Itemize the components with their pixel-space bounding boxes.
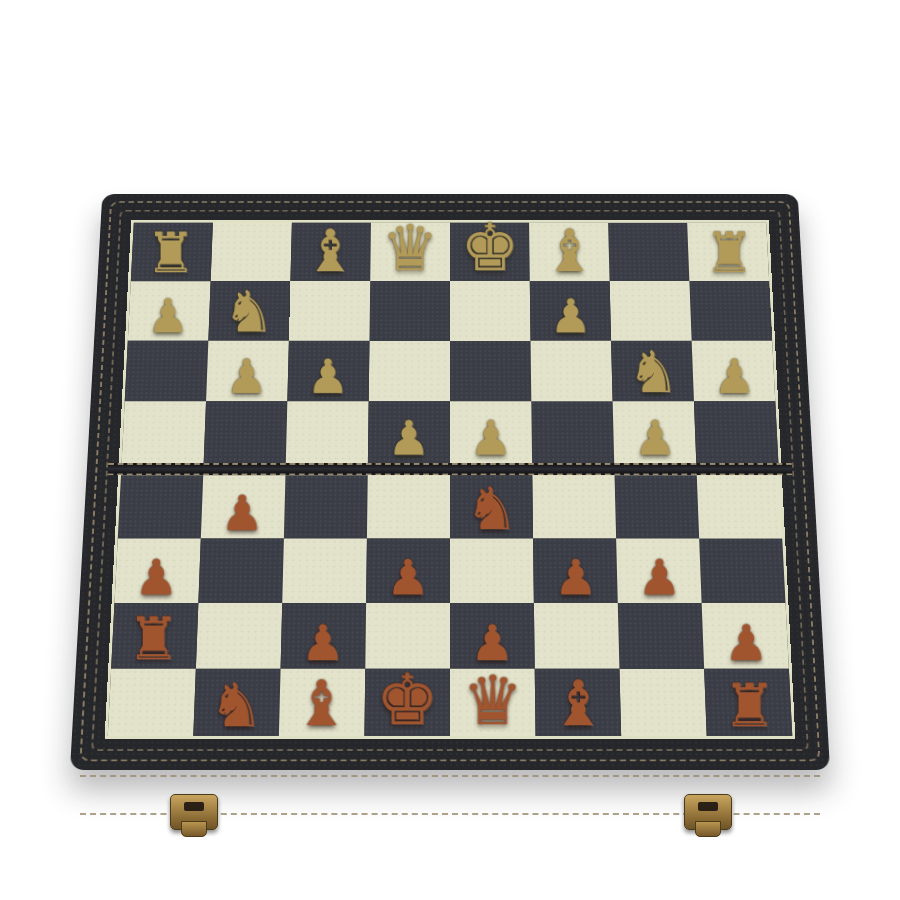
piece-brass-pawn-a7[interactable]: ♟ — [147, 293, 189, 340]
piece-copper-queen-e1[interactable]: ♛ — [462, 667, 523, 735]
square-c3[interactable] — [282, 539, 367, 604]
piece-brass-pawn-c6[interactable]: ♟ — [307, 353, 349, 400]
board: ♜♝♛♚♝♜♟♞♟♟♟♞♟♟♟♟ ♟♞♟♟♟♟♜♟♟♟♞♝♚♛♝♜ — [108, 223, 793, 736]
square-c5[interactable] — [286, 401, 369, 463]
square-b1[interactable]: ♞ — [193, 669, 280, 736]
front-stitch-top — [80, 775, 820, 777]
piece-brass-pawn-e5[interactable]: ♟ — [470, 415, 513, 463]
piece-copper-pawn-d3[interactable]: ♟ — [386, 553, 430, 602]
square-b8[interactable] — [211, 223, 292, 281]
piece-brass-bishop-f8[interactable]: ♝ — [543, 222, 595, 280]
square-g5[interactable]: ♟ — [613, 401, 697, 463]
piece-brass-pawn-f7[interactable]: ♟ — [550, 293, 592, 340]
piece-brass-bishop-c8[interactable]: ♝ — [304, 222, 356, 280]
square-b2[interactable] — [196, 603, 282, 669]
board-tilt-wrapper: ♜♝♛♚♝♜♟♞♟♟♟♞♟♟♟♟ ♟♞♟♟♟♟♜♟♟♟♞♝♚♛♝♜ — [70, 194, 830, 770]
piece-copper-pawn-g3[interactable]: ♟ — [638, 553, 682, 602]
right-clasp-tongue — [695, 821, 721, 837]
square-e7[interactable] — [450, 281, 531, 341]
square-e1[interactable]: ♛ — [450, 669, 536, 736]
square-e2[interactable]: ♟ — [450, 603, 535, 669]
square-e4[interactable]: ♞ — [450, 475, 533, 538]
square-f2[interactable] — [534, 603, 620, 669]
piece-copper-pawn-f3[interactable]: ♟ — [554, 553, 598, 602]
square-d6[interactable] — [369, 341, 450, 402]
square-b4[interactable]: ♟ — [201, 475, 286, 538]
piece-brass-knight-g6[interactable]: ♞ — [627, 343, 679, 401]
square-h1[interactable]: ♜ — [704, 669, 792, 736]
square-f1[interactable]: ♝ — [535, 669, 621, 736]
piece-copper-bishop-c1[interactable]: ♝ — [294, 672, 350, 735]
piece-brass-pawn-h6[interactable]: ♟ — [713, 353, 755, 400]
left-clasp — [170, 794, 218, 830]
square-h4[interactable] — [697, 475, 782, 538]
square-b6[interactable]: ♟ — [206, 341, 289, 402]
piece-copper-pawn-c2[interactable]: ♟ — [301, 619, 345, 668]
square-c6[interactable]: ♟ — [287, 341, 369, 402]
square-e8[interactable]: ♚ — [450, 223, 530, 281]
square-d8[interactable]: ♛ — [370, 223, 450, 281]
square-b5[interactable] — [204, 401, 288, 463]
square-g7[interactable] — [610, 281, 692, 341]
piece-brass-pawn-d5[interactable]: ♟ — [388, 415, 431, 463]
piece-brass-knight-b7[interactable]: ♞ — [223, 283, 274, 340]
square-f5[interactable] — [531, 401, 614, 463]
piece-brass-queen-d8[interactable]: ♛ — [382, 217, 439, 280]
square-c2[interactable]: ♟ — [281, 603, 367, 669]
piece-copper-knight-e4[interactable]: ♞ — [465, 479, 518, 538]
square-c4[interactable] — [284, 475, 368, 538]
piece-brass-king-e8[interactable]: ♚ — [460, 214, 519, 280]
square-g8[interactable] — [608, 223, 689, 281]
square-h5[interactable] — [694, 401, 778, 463]
piece-brass-rook-h8[interactable]: ♜ — [704, 225, 754, 281]
piece-copper-pawn-h2[interactable]: ♟ — [724, 619, 768, 668]
square-e5[interactable]: ♟ — [450, 401, 532, 463]
square-g2[interactable] — [618, 603, 704, 669]
piece-copper-rook-h1[interactable]: ♜ — [723, 675, 777, 735]
square-a1[interactable] — [108, 669, 196, 736]
piece-copper-pawn-a3[interactable]: ♟ — [135, 553, 179, 602]
square-h7[interactable] — [689, 281, 772, 341]
left-clasp-tongue — [181, 821, 207, 837]
square-d4[interactable] — [367, 475, 450, 538]
case-front-edge — [70, 768, 830, 824]
piece-copper-rook-a2[interactable]: ♜ — [127, 609, 180, 668]
hinge-fold-line — [108, 463, 793, 475]
square-f6[interactable] — [531, 341, 613, 402]
board-top-half: ♜♝♛♚♝♜♟♞♟♟♟♞♟♟♟♟ — [122, 223, 779, 463]
square-a7[interactable]: ♟ — [128, 281, 211, 341]
square-h3[interactable] — [699, 539, 785, 604]
board-bottom-half: ♟♞♟♟♟♟♜♟♟♟♞♝♚♛♝♜ — [108, 475, 793, 736]
right-clasp — [684, 794, 732, 830]
square-g6[interactable]: ♞ — [611, 341, 694, 402]
piece-brass-pawn-b6[interactable]: ♟ — [226, 353, 268, 400]
square-a2[interactable]: ♜ — [111, 603, 198, 669]
square-b7[interactable]: ♞ — [208, 281, 290, 341]
square-f4[interactable] — [532, 475, 616, 538]
square-e6[interactable] — [450, 341, 531, 402]
square-d5[interactable]: ♟ — [368, 401, 450, 463]
square-f3[interactable]: ♟ — [533, 539, 618, 604]
square-d7[interactable] — [369, 281, 450, 341]
square-h2[interactable]: ♟ — [702, 603, 789, 669]
square-f8[interactable]: ♝ — [529, 223, 610, 281]
square-b3[interactable] — [198, 539, 284, 604]
right-clasp-slot — [698, 802, 718, 811]
square-g3[interactable]: ♟ — [616, 539, 702, 604]
square-a6[interactable] — [125, 341, 209, 402]
square-c8[interactable]: ♝ — [290, 223, 371, 281]
square-a5[interactable] — [122, 401, 206, 463]
square-h8[interactable]: ♜ — [687, 223, 769, 281]
square-a3[interactable]: ♟ — [114, 539, 200, 604]
piece-brass-pawn-g5[interactable]: ♟ — [634, 415, 677, 463]
piece-copper-pawn-b4[interactable]: ♟ — [221, 489, 264, 537]
square-c1[interactable]: ♝ — [279, 669, 365, 736]
piece-copper-knight-b1[interactable]: ♞ — [209, 674, 263, 735]
piece-copper-bishop-f1[interactable]: ♝ — [550, 672, 606, 735]
leather-case: ♜♝♛♚♝♜♟♞♟♟♟♞♟♟♟♟ ♟♞♟♟♟♟♜♟♟♟♞♝♚♛♝♜ — [70, 194, 830, 770]
piece-copper-king-d1[interactable]: ♚ — [376, 664, 439, 735]
square-h6[interactable]: ♟ — [692, 341, 776, 402]
square-e3[interactable] — [450, 539, 534, 604]
square-g1[interactable] — [619, 669, 706, 736]
piece-brass-rook-a8[interactable]: ♜ — [146, 225, 196, 281]
square-a4[interactable] — [118, 475, 203, 538]
square-d1[interactable]: ♚ — [364, 669, 450, 736]
left-clasp-slot — [184, 802, 204, 811]
square-f7[interactable]: ♟ — [530, 281, 611, 341]
square-d3[interactable]: ♟ — [366, 539, 450, 604]
square-c7[interactable] — [289, 281, 370, 341]
product-photo-scene: ♜♝♛♚♝♜♟♞♟♟♟♞♟♟♟♟ ♟♞♟♟♟♟♜♟♟♟♞♝♚♛♝♜ — [0, 0, 900, 900]
square-a8[interactable]: ♜ — [131, 223, 213, 281]
square-g4[interactable] — [615, 475, 700, 538]
